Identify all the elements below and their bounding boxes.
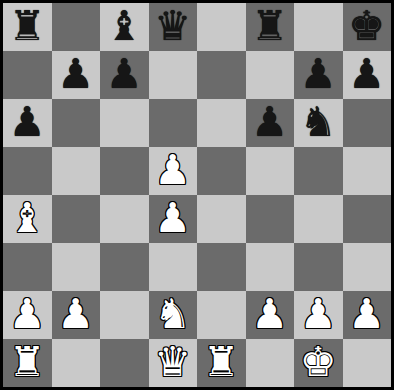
square-c1[interactable] [100,339,149,387]
piece-black-pawn-a6: ♟ [9,102,46,143]
square-g7[interactable]: ♟ [294,51,343,99]
piece-black-queen-d8: ♛ [154,6,191,47]
square-d5[interactable]: ♟ [149,147,198,195]
piece-black-pawn-f6: ♟ [251,102,288,143]
piece-white-bishop-a4: ♝ [9,198,46,239]
square-d1[interactable]: ♛ [149,339,198,387]
square-f8[interactable]: ♜ [246,3,295,51]
piece-white-pawn-a2: ♟ [9,294,46,335]
piece-white-pawn-d4: ♟ [154,198,191,239]
piece-black-pawn-g7: ♟ [300,54,337,95]
square-c5[interactable] [100,147,149,195]
square-h8[interactable]: ♚ [343,3,392,51]
square-h6[interactable] [343,99,392,147]
piece-white-queen-d1: ♛ [154,342,191,383]
square-e8[interactable] [197,3,246,51]
piece-white-pawn-h2: ♟ [348,294,385,335]
square-c3[interactable] [100,243,149,291]
square-b2[interactable]: ♟ [52,291,101,339]
square-f3[interactable] [246,243,295,291]
piece-white-pawn-f2: ♟ [251,294,288,335]
square-b8[interactable] [52,3,101,51]
square-h7[interactable]: ♟ [343,51,392,99]
square-a4[interactable]: ♝ [3,195,52,243]
square-b6[interactable] [52,99,101,147]
square-b3[interactable] [52,243,101,291]
square-c2[interactable] [100,291,149,339]
square-f7[interactable] [246,51,295,99]
square-d7[interactable] [149,51,198,99]
piece-black-king-h8: ♚ [348,6,385,47]
piece-white-pawn-g2: ♟ [300,294,337,335]
square-e3[interactable] [197,243,246,291]
square-h1[interactable] [343,339,392,387]
square-f4[interactable] [246,195,295,243]
square-b5[interactable] [52,147,101,195]
square-c7[interactable]: ♟ [100,51,149,99]
square-b4[interactable] [52,195,101,243]
piece-white-knight-d2: ♞ [154,294,191,335]
square-g2[interactable]: ♟ [294,291,343,339]
square-h3[interactable] [343,243,392,291]
square-e1[interactable]: ♜ [197,339,246,387]
square-d3[interactable] [149,243,198,291]
square-a3[interactable] [3,243,52,291]
piece-black-knight-g6: ♞ [300,102,337,143]
square-d6[interactable] [149,99,198,147]
square-d2[interactable]: ♞ [149,291,198,339]
square-a1[interactable]: ♜ [3,339,52,387]
piece-black-rook-f8: ♜ [251,6,288,47]
square-f1[interactable] [246,339,295,387]
board-grid: ♜♝♛♜♚♟♟♟♟♟♟♞♟♝♟♟♟♞♟♟♟♜♛♜♚ [3,3,391,387]
square-f6[interactable]: ♟ [246,99,295,147]
piece-black-pawn-h7: ♟ [348,54,385,95]
square-b7[interactable]: ♟ [52,51,101,99]
square-g1[interactable]: ♚ [294,339,343,387]
square-a8[interactable]: ♜ [3,3,52,51]
piece-black-bishop-c8: ♝ [106,6,143,47]
piece-white-pawn-b2: ♟ [57,294,94,335]
piece-black-pawn-b7: ♟ [57,54,94,95]
piece-white-rook-e1: ♜ [203,342,240,383]
square-a5[interactable] [3,147,52,195]
piece-black-pawn-c7: ♟ [106,54,143,95]
square-d4[interactable]: ♟ [149,195,198,243]
square-e6[interactable] [197,99,246,147]
chess-board: ♜♝♛♜♚♟♟♟♟♟♟♞♟♝♟♟♟♞♟♟♟♜♛♜♚ [0,0,394,390]
square-g3[interactable] [294,243,343,291]
square-a6[interactable]: ♟ [3,99,52,147]
square-h4[interactable] [343,195,392,243]
piece-white-pawn-d5: ♟ [154,150,191,191]
square-e4[interactable] [197,195,246,243]
square-g6[interactable]: ♞ [294,99,343,147]
square-c8[interactable]: ♝ [100,3,149,51]
square-e7[interactable] [197,51,246,99]
piece-black-rook-a8: ♜ [9,6,46,47]
square-a7[interactable] [3,51,52,99]
piece-white-king-g1: ♚ [300,342,337,383]
square-h2[interactable]: ♟ [343,291,392,339]
piece-white-rook-a1: ♜ [9,342,46,383]
square-f5[interactable] [246,147,295,195]
square-g4[interactable] [294,195,343,243]
square-c4[interactable] [100,195,149,243]
square-g5[interactable] [294,147,343,195]
square-d8[interactable]: ♛ [149,3,198,51]
square-g8[interactable] [294,3,343,51]
square-c6[interactable] [100,99,149,147]
square-f2[interactable]: ♟ [246,291,295,339]
square-b1[interactable] [52,339,101,387]
square-e5[interactable] [197,147,246,195]
square-a2[interactable]: ♟ [3,291,52,339]
square-h5[interactable] [343,147,392,195]
square-e2[interactable] [197,291,246,339]
